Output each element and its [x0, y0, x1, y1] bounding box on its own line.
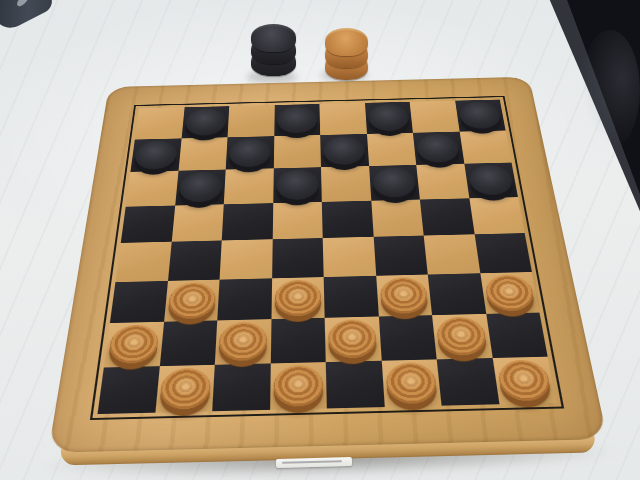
countertop-scene	[0, 0, 640, 480]
checker-light-b3[interactable]	[167, 282, 216, 319]
square-g6[interactable]	[416, 164, 469, 199]
checker-light-c2[interactable]	[218, 322, 267, 362]
square-f4[interactable]	[373, 236, 428, 276]
square-e8[interactable]	[319, 103, 366, 135]
checker-light-h3[interactable]	[483, 274, 536, 311]
board-tilt-wrapper	[0, 0, 640, 480]
checker-light-a2[interactable]	[108, 324, 161, 364]
square-c6[interactable]	[224, 168, 274, 204]
square-a6[interactable]	[126, 171, 178, 207]
checker-light-g2[interactable]	[436, 316, 489, 356]
checker-light-h1[interactable]	[496, 359, 552, 401]
square-b4[interactable]	[168, 240, 222, 280]
square-b3[interactable]	[164, 279, 220, 322]
square-c4[interactable]	[220, 239, 273, 279]
square-e5[interactable]	[322, 200, 373, 238]
square-g3[interactable]	[428, 273, 486, 315]
square-h8[interactable]	[455, 100, 506, 132]
checker-dark-h6[interactable]	[467, 165, 515, 196]
square-d7[interactable]	[273, 135, 321, 169]
checker-dark-b8[interactable]	[184, 108, 226, 136]
square-f8[interactable]	[365, 102, 413, 134]
checker-light-d3[interactable]	[274, 279, 321, 316]
square-f3[interactable]	[376, 274, 432, 316]
checker-dark-f6[interactable]	[372, 167, 417, 198]
square-d6[interactable]	[273, 167, 322, 203]
square-c1[interactable]	[212, 363, 270, 411]
checker-light-b1[interactable]	[159, 367, 212, 410]
square-d1[interactable]	[270, 362, 327, 410]
square-c7[interactable]	[226, 136, 274, 170]
square-f1[interactable]	[381, 359, 441, 407]
spare-stack-light[interactable]	[325, 28, 368, 74]
square-b5[interactable]	[171, 204, 224, 242]
square-a1[interactable]	[97, 366, 159, 414]
square-b2[interactable]	[159, 320, 217, 365]
square-a3[interactable]	[110, 280, 168, 323]
square-h1[interactable]	[492, 356, 556, 404]
square-g4[interactable]	[424, 234, 480, 274]
square-g2[interactable]	[432, 314, 492, 359]
checker-light-f1[interactable]	[385, 362, 438, 404]
square-a4[interactable]	[115, 242, 171, 282]
square-h3[interactable]	[480, 272, 540, 314]
square-e3[interactable]	[324, 275, 379, 317]
square-a2[interactable]	[104, 322, 164, 367]
square-b6[interactable]	[175, 170, 226, 206]
checker-dark-a7[interactable]	[134, 140, 179, 170]
checker-light-d1[interactable]	[273, 364, 323, 406]
board-grid	[97, 100, 556, 415]
square-d2[interactable]	[270, 318, 325, 363]
square-a8[interactable]	[135, 107, 184, 139]
checker-dark-d6[interactable]	[276, 169, 319, 200]
square-a5[interactable]	[121, 205, 175, 243]
checker-dark-d8[interactable]	[277, 106, 318, 134]
checkers-board	[48, 77, 607, 453]
checker-dark-b6[interactable]	[178, 172, 223, 203]
checker-light-e2[interactable]	[328, 319, 378, 359]
square-g1[interactable]	[437, 358, 499, 406]
square-c2[interactable]	[215, 319, 271, 364]
square-e2[interactable]	[325, 316, 382, 361]
square-d8[interactable]	[274, 104, 320, 136]
square-e7[interactable]	[320, 134, 368, 168]
square-g5[interactable]	[420, 198, 474, 236]
square-c8[interactable]	[228, 105, 275, 137]
square-f7[interactable]	[367, 132, 417, 166]
square-c5[interactable]	[222, 203, 273, 241]
square-e4[interactable]	[323, 237, 376, 277]
square-f6[interactable]	[369, 165, 420, 201]
checker-dark-c7[interactable]	[229, 138, 271, 168]
square-h7[interactable]	[459, 130, 511, 164]
square-a7[interactable]	[130, 138, 181, 172]
square-d4[interactable]	[272, 238, 324, 278]
spare-stack-dark[interactable]	[251, 24, 296, 76]
checker-dark-e7[interactable]	[323, 136, 366, 166]
square-e1[interactable]	[326, 360, 384, 408]
checker-light-f3[interactable]	[379, 277, 429, 314]
stacked-checker	[251, 24, 296, 52]
playing-area-border	[90, 96, 564, 420]
checker-dark-h8[interactable]	[458, 101, 503, 129]
square-h4[interactable]	[474, 233, 532, 273]
checker-dark-g7[interactable]	[416, 133, 461, 163]
square-b7[interactable]	[178, 137, 227, 171]
square-b8[interactable]	[181, 106, 229, 138]
checker-dark-f8[interactable]	[367, 104, 410, 132]
square-h5[interactable]	[469, 197, 525, 235]
stacked-checker	[325, 28, 368, 56]
square-c3[interactable]	[217, 278, 271, 320]
square-g8[interactable]	[410, 101, 460, 133]
square-f2[interactable]	[378, 315, 436, 360]
square-h6[interactable]	[464, 163, 518, 198]
square-b1[interactable]	[155, 364, 215, 412]
square-d3[interactable]	[271, 277, 325, 319]
square-f5[interactable]	[371, 199, 424, 237]
square-g7[interactable]	[413, 131, 464, 165]
square-d5[interactable]	[272, 202, 322, 240]
square-e6[interactable]	[321, 166, 371, 202]
square-h2[interactable]	[486, 313, 548, 358]
